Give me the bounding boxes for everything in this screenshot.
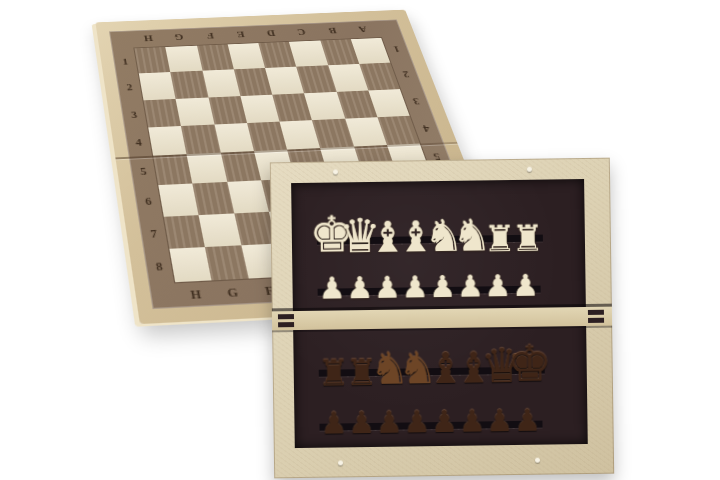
piece-slot: ♟ — [486, 402, 514, 436]
board-square — [148, 126, 187, 156]
piece-slot: ♟ — [403, 403, 431, 437]
piece-slot: ♟ — [348, 404, 376, 438]
piece-slot: ♜ — [319, 332, 348, 391]
file-label: A — [345, 20, 382, 39]
white-pawn: ♟ — [484, 271, 511, 301]
white-pawn: ♟ — [429, 272, 456, 302]
black-back-row: ♜♜♞♞♝♝♛♚ — [293, 329, 587, 392]
black-pawn: ♟ — [459, 406, 486, 436]
piece-slot: ♟ — [374, 269, 402, 303]
product-photo: HGFEDCBA HGFEDCBA 12345678 12345678 ♚♛♝♝… — [0, 0, 720, 480]
white-pawn: ♟ — [374, 273, 401, 303]
piece-slot: ♟ — [431, 403, 459, 437]
black-pawn-row: ♟♟♟♟♟♟♟♟ — [294, 401, 587, 439]
white-pawn: ♟ — [402, 272, 429, 302]
file-label: H — [131, 29, 165, 48]
board-square — [139, 72, 176, 100]
white-pawn-row: ♟♟♟♟♟♟♟♟ — [292, 266, 585, 304]
black-king: ♚ — [507, 338, 553, 389]
piece-slot: ♟ — [456, 267, 484, 301]
file-label: G — [162, 28, 197, 47]
white-pawn: ♟ — [457, 271, 484, 301]
file-label: C — [284, 23, 320, 42]
piece-slot: ♟ — [429, 268, 457, 302]
hinge-notch — [588, 318, 604, 323]
black-pawn: ♟ — [431, 407, 458, 437]
black-pawn: ♟ — [486, 406, 513, 436]
piece-slot: ♟ — [484, 267, 512, 301]
hinge-notch — [588, 310, 604, 315]
hinge-notch — [278, 314, 294, 319]
file-label: G — [212, 279, 254, 306]
piece-slot: ♟ — [346, 269, 374, 303]
piece-storage-tray: ♚♛♝♝♞♞♜♜ ♟♟♟♟♟♟♟♟ ♜♜♞♞♝♝♛♚ ♟♟♟♟♟♟♟♟ — [270, 158, 614, 479]
piece-slot: ♟ — [318, 269, 346, 303]
white-rook: ♜ — [512, 221, 545, 257]
tray-felt-lining: ♚♛♝♝♞♞♜♜ ♟♟♟♟♟♟♟♟ ♜♜♞♞♝♝♛♚ ♟♟♟♟♟♟♟♟ — [291, 179, 588, 448]
tray-hinge-rail — [272, 307, 612, 331]
frame-pin — [527, 167, 532, 172]
file-label: E — [223, 25, 258, 44]
board-square — [143, 98, 181, 127]
piece-slot: ♜ — [485, 192, 514, 257]
white-pawn: ♟ — [346, 273, 373, 303]
piece-slot: ♟ — [375, 404, 403, 438]
frame-pin — [535, 458, 540, 463]
black-pawn: ♟ — [514, 406, 541, 436]
file-label: F — [193, 27, 228, 46]
black-pawn: ♟ — [403, 407, 430, 437]
frame-pin — [333, 169, 338, 174]
piece-slot: ♟ — [458, 402, 486, 436]
hinge-notch — [278, 322, 294, 327]
piece-slot: ♟ — [320, 404, 348, 438]
white-back-row: ♚♛♝♝♞♞♜♜ — [291, 191, 585, 260]
piece-slot: ♚ — [515, 330, 544, 389]
frame-pin — [338, 460, 343, 465]
black-pawn: ♟ — [321, 408, 348, 438]
black-pawn: ♟ — [348, 408, 375, 438]
file-label: H — [175, 280, 217, 307]
black-pawn: ♟ — [376, 408, 403, 438]
piece-slot: ♟ — [512, 267, 540, 301]
board-square — [134, 47, 170, 74]
piece-slot: ♟ — [514, 402, 542, 436]
piece-slot: ♜ — [513, 192, 542, 257]
white-pawn: ♟ — [319, 273, 346, 303]
piece-slot: ♞ — [457, 192, 486, 257]
white-pawn: ♟ — [512, 271, 539, 301]
piece-slot: ♟ — [401, 268, 429, 302]
